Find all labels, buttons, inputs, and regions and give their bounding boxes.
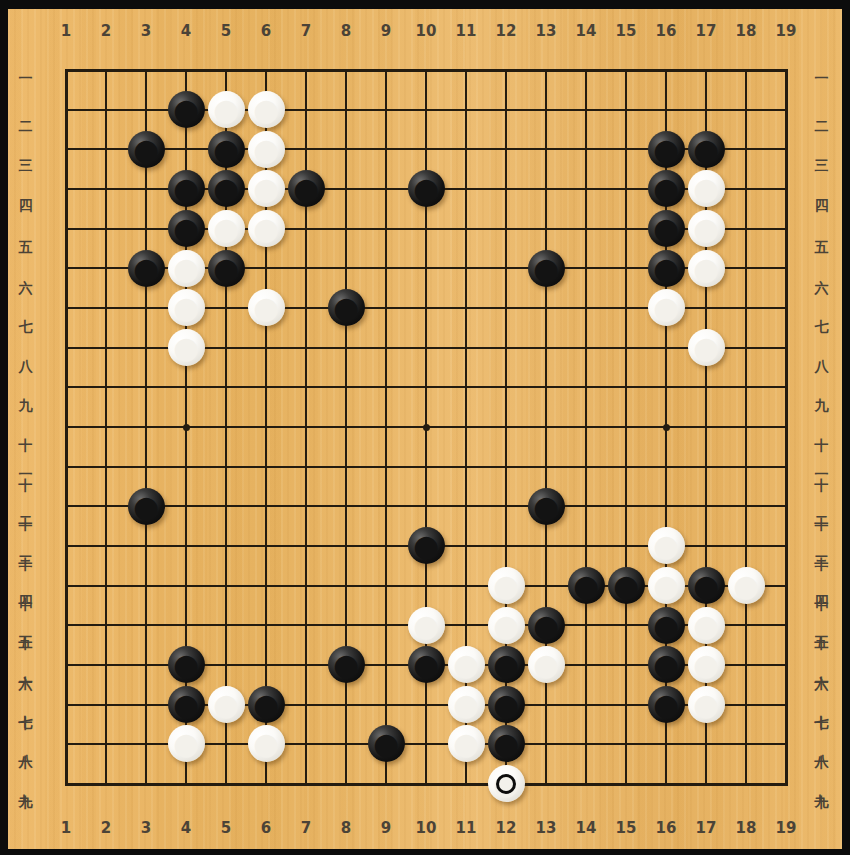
white-stone: ● bbox=[688, 686, 725, 723]
white-stone: ● bbox=[688, 170, 725, 207]
coordinate-label-top: 5 bbox=[221, 22, 231, 40]
black-stone: ● bbox=[688, 131, 725, 168]
coordinate-label-bottom: 6 bbox=[261, 819, 271, 837]
coordinate-label-top: 4 bbox=[181, 22, 191, 40]
white-stone: ● bbox=[448, 646, 485, 683]
coordinate-label-top: 3 bbox=[141, 22, 151, 40]
black-stone: ● bbox=[408, 170, 445, 207]
black-stone: ● bbox=[328, 646, 365, 683]
last-move-circle-marker bbox=[496, 774, 516, 794]
white-stone: ● bbox=[728, 567, 765, 604]
black-stone: ● bbox=[128, 250, 165, 287]
black-stone: ● bbox=[208, 131, 245, 168]
coordinate-label-top: 2 bbox=[101, 22, 111, 40]
white-stone: ● bbox=[248, 131, 285, 168]
coordinate-label-bottom: 8 bbox=[341, 819, 351, 837]
black-stone: ● bbox=[648, 210, 685, 247]
coordinate-label-top: 18 bbox=[736, 22, 757, 40]
coordinate-label-top: 9 bbox=[381, 22, 391, 40]
coordinate-label-top: 8 bbox=[341, 22, 351, 40]
white-stone: ● bbox=[208, 91, 245, 128]
white-stone: ● bbox=[648, 567, 685, 604]
coordinate-label-top: 19 bbox=[776, 22, 797, 40]
black-stone: ● bbox=[528, 607, 565, 644]
coordinate-label-bottom: 14 bbox=[576, 819, 597, 837]
black-stone: ● bbox=[168, 646, 205, 683]
black-stone: ● bbox=[168, 686, 205, 723]
white-stone: ● bbox=[208, 686, 245, 723]
black-stone: ● bbox=[688, 567, 725, 604]
black-stone: ● bbox=[208, 170, 245, 207]
coordinate-label-top: 7 bbox=[301, 22, 311, 40]
white-stone: ● bbox=[448, 686, 485, 723]
white-stone: ● bbox=[488, 607, 525, 644]
black-stone: ● bbox=[648, 607, 685, 644]
black-stone: ● bbox=[328, 289, 365, 326]
black-stone: ● bbox=[648, 646, 685, 683]
black-stone: ● bbox=[648, 170, 685, 207]
coordinate-label-top: 16 bbox=[656, 22, 677, 40]
white-stone: ● bbox=[208, 210, 245, 247]
coordinate-label-bottom: 18 bbox=[736, 819, 757, 837]
black-stone: ● bbox=[168, 170, 205, 207]
white-stone: ● bbox=[248, 170, 285, 207]
black-stone: ● bbox=[408, 527, 445, 564]
black-stone: ● bbox=[128, 488, 165, 525]
black-stone: ● bbox=[648, 131, 685, 168]
black-stone: ● bbox=[488, 646, 525, 683]
coordinate-label-top: 1 bbox=[61, 22, 71, 40]
white-stone: ● bbox=[688, 607, 725, 644]
white-stone: ● bbox=[248, 91, 285, 128]
white-stone: ● bbox=[488, 765, 525, 802]
white-stone: ● bbox=[688, 250, 725, 287]
black-stone: ● bbox=[528, 250, 565, 287]
white-stone: ● bbox=[248, 725, 285, 762]
coordinate-label-bottom: 4 bbox=[181, 819, 191, 837]
black-stone: ● bbox=[488, 686, 525, 723]
coordinate-label-bottom: 2 bbox=[101, 819, 111, 837]
white-stone: ● bbox=[168, 289, 205, 326]
coordinate-label-bottom: 7 bbox=[301, 819, 311, 837]
coordinate-label-bottom: 11 bbox=[456, 819, 477, 837]
black-stone: ● bbox=[168, 91, 205, 128]
coordinate-label-bottom: 3 bbox=[141, 819, 151, 837]
coordinate-label-bottom: 13 bbox=[536, 819, 557, 837]
coordinate-label-bottom: 17 bbox=[696, 819, 717, 837]
coordinate-label-top: 12 bbox=[496, 22, 517, 40]
white-stone: ● bbox=[168, 250, 205, 287]
white-stone: ● bbox=[248, 289, 285, 326]
black-stone: ● bbox=[168, 210, 205, 247]
coordinate-label-bottom: 19 bbox=[776, 819, 797, 837]
white-stone: ● bbox=[528, 646, 565, 683]
coordinate-label-bottom: 16 bbox=[656, 819, 677, 837]
stones-grid[interactable]: ●●●●●●●●●●●●●●●●●●●●●●●●●●●●●●●●●●●●●●●●… bbox=[46, 50, 806, 804]
white-stone: ● bbox=[408, 607, 445, 644]
white-stone: ● bbox=[248, 210, 285, 247]
black-stone: ● bbox=[248, 686, 285, 723]
white-stone: ● bbox=[688, 210, 725, 247]
coordinate-label-bottom: 10 bbox=[416, 819, 437, 837]
black-stone: ● bbox=[568, 567, 605, 604]
white-stone: ● bbox=[488, 567, 525, 604]
black-stone: ● bbox=[648, 250, 685, 287]
white-stone: ● bbox=[688, 646, 725, 683]
black-stone: ● bbox=[208, 250, 245, 287]
coordinate-label-top: 14 bbox=[576, 22, 597, 40]
coordinate-label-bottom: 9 bbox=[381, 819, 391, 837]
coordinate-label-bottom: 5 bbox=[221, 819, 231, 837]
black-stone: ● bbox=[528, 488, 565, 525]
coordinate-label-bottom: 12 bbox=[496, 819, 517, 837]
black-stone: ● bbox=[128, 131, 165, 168]
white-stone: ● bbox=[648, 527, 685, 564]
coordinate-label-top: 15 bbox=[616, 22, 637, 40]
black-stone: ● bbox=[488, 725, 525, 762]
white-stone: ● bbox=[168, 329, 205, 366]
black-stone: ● bbox=[368, 725, 405, 762]
coordinate-label-top: 17 bbox=[696, 22, 717, 40]
black-stone: ● bbox=[288, 170, 325, 207]
coordinate-label-bottom: 15 bbox=[616, 819, 637, 837]
coordinate-label-top: 10 bbox=[416, 22, 437, 40]
white-stone: ● bbox=[168, 725, 205, 762]
white-stone: ● bbox=[688, 329, 725, 366]
white-stone: ● bbox=[648, 289, 685, 326]
black-stone: ● bbox=[648, 686, 685, 723]
black-stone: ● bbox=[408, 646, 445, 683]
coordinate-label-bottom: 1 bbox=[61, 819, 71, 837]
coordinate-label-top: 13 bbox=[536, 22, 557, 40]
coordinate-label-top: 11 bbox=[456, 22, 477, 40]
coordinate-label-top: 6 bbox=[261, 22, 271, 40]
black-stone: ● bbox=[608, 567, 645, 604]
white-stone: ● bbox=[448, 725, 485, 762]
go-board: 12345678910111213141516171819 1234567891… bbox=[0, 0, 850, 855]
